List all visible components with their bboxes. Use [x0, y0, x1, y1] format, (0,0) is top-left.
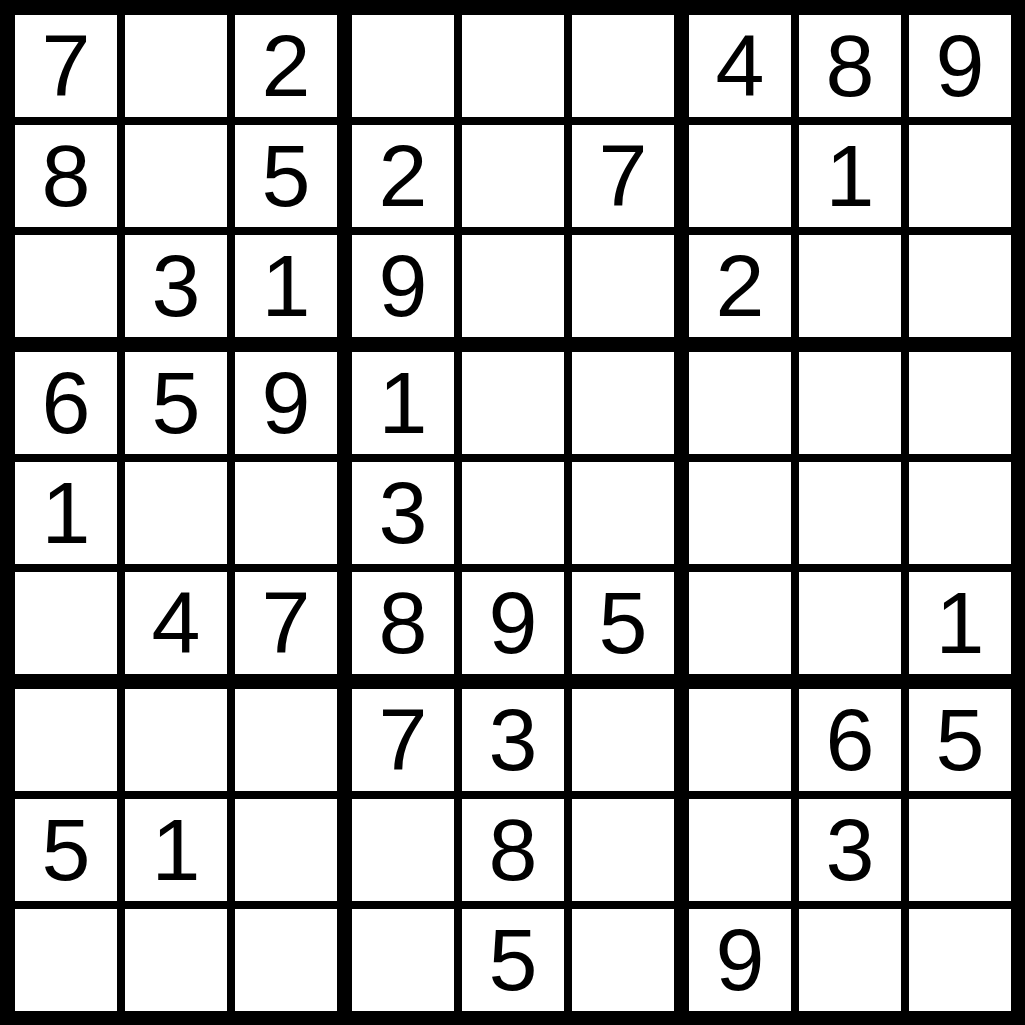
- cell-r4c8-empty[interactable]: [799, 352, 909, 462]
- cell-r6c6-given[interactable]: 5: [572, 572, 689, 689]
- cell-r2c9-empty[interactable]: [909, 125, 1011, 235]
- cell-r5c8-empty[interactable]: [799, 462, 909, 572]
- cell-r4c3-given[interactable]: 9: [235, 352, 352, 462]
- cell-r1c2-empty[interactable]: [125, 15, 235, 125]
- cell-r1c4-empty[interactable]: [352, 15, 462, 125]
- cell-r7c5-given[interactable]: 3: [462, 689, 572, 799]
- cell-r8c3-empty[interactable]: [235, 799, 352, 909]
- cell-r1c5-empty[interactable]: [462, 15, 572, 125]
- cell-r8c4-empty[interactable]: [352, 799, 462, 909]
- cell-r6c8-empty[interactable]: [799, 572, 909, 689]
- cell-r7c6-empty[interactable]: [572, 689, 689, 799]
- cell-r9c1-empty[interactable]: [15, 909, 125, 1011]
- cell-r3c3-given[interactable]: 1: [235, 235, 352, 352]
- cell-r5c5-empty[interactable]: [462, 462, 572, 572]
- cell-r4c7-empty[interactable]: [689, 352, 799, 462]
- cell-r4c1-given[interactable]: 6: [15, 352, 125, 462]
- cell-r6c4-given[interactable]: 8: [352, 572, 462, 689]
- cell-r9c2-empty[interactable]: [125, 909, 235, 1011]
- cell-r5c4-given[interactable]: 3: [352, 462, 462, 572]
- cell-r2c5-empty[interactable]: [462, 125, 572, 235]
- cell-r5c3-empty[interactable]: [235, 462, 352, 572]
- cell-r9c7-given[interactable]: 9: [689, 909, 799, 1011]
- cell-r4c6-empty[interactable]: [572, 352, 689, 462]
- cell-r1c8-given[interactable]: 8: [799, 15, 909, 125]
- cell-r7c9-given[interactable]: 5: [909, 689, 1011, 799]
- cell-r5c6-empty[interactable]: [572, 462, 689, 572]
- cell-r5c9-empty[interactable]: [909, 462, 1011, 572]
- cell-r6c2-given[interactable]: 4: [125, 572, 235, 689]
- cell-r8c6-empty[interactable]: [572, 799, 689, 909]
- cell-r3c9-empty[interactable]: [909, 235, 1011, 352]
- cell-r6c3-given[interactable]: 7: [235, 572, 352, 689]
- cell-r9c3-empty[interactable]: [235, 909, 352, 1011]
- cell-r9c6-empty[interactable]: [572, 909, 689, 1011]
- cell-r1c3-given[interactable]: 2: [235, 15, 352, 125]
- cell-r7c2-empty[interactable]: [125, 689, 235, 799]
- cell-r3c7-given[interactable]: 2: [689, 235, 799, 352]
- cell-r2c7-empty[interactable]: [689, 125, 799, 235]
- cell-r6c9-given[interactable]: 1: [909, 572, 1011, 689]
- cell-r1c1-given[interactable]: 7: [15, 15, 125, 125]
- cell-r6c7-empty[interactable]: [689, 572, 799, 689]
- cell-r9c5-given[interactable]: 5: [462, 909, 572, 1011]
- cell-r4c4-given[interactable]: 1: [352, 352, 462, 462]
- cell-r7c3-empty[interactable]: [235, 689, 352, 799]
- cell-r8c5-given[interactable]: 8: [462, 799, 572, 909]
- cell-r2c1-given[interactable]: 8: [15, 125, 125, 235]
- cell-r5c2-empty[interactable]: [125, 462, 235, 572]
- cell-r8c2-given[interactable]: 1: [125, 799, 235, 909]
- cell-r3c2-given[interactable]: 3: [125, 235, 235, 352]
- cell-r3c6-empty[interactable]: [572, 235, 689, 352]
- cell-r2c3-given[interactable]: 5: [235, 125, 352, 235]
- cell-r3c4-given[interactable]: 9: [352, 235, 462, 352]
- cell-r2c4-given[interactable]: 2: [352, 125, 462, 235]
- cell-r1c7-given[interactable]: 4: [689, 15, 799, 125]
- cell-r2c6-given[interactable]: 7: [572, 125, 689, 235]
- cell-r6c5-given[interactable]: 9: [462, 572, 572, 689]
- cell-r4c5-empty[interactable]: [462, 352, 572, 462]
- cell-r9c4-empty[interactable]: [352, 909, 462, 1011]
- cell-r5c1-given[interactable]: 1: [15, 462, 125, 572]
- cell-r9c9-empty[interactable]: [909, 909, 1011, 1011]
- cell-r1c6-empty[interactable]: [572, 15, 689, 125]
- cell-r8c1-given[interactable]: 5: [15, 799, 125, 909]
- cell-r7c1-empty[interactable]: [15, 689, 125, 799]
- cell-r4c2-given[interactable]: 5: [125, 352, 235, 462]
- cell-r7c4-given[interactable]: 7: [352, 689, 462, 799]
- cell-r6c1-empty[interactable]: [15, 572, 125, 689]
- cell-r5c7-empty[interactable]: [689, 462, 799, 572]
- cell-r4c9-empty[interactable]: [909, 352, 1011, 462]
- cell-r7c7-empty[interactable]: [689, 689, 799, 799]
- sudoku-board: 724898527131926591134789517365518359: [0, 0, 1025, 1025]
- cell-r1c9-given[interactable]: 9: [909, 15, 1011, 125]
- cell-r8c8-given[interactable]: 3: [799, 799, 909, 909]
- cell-r8c9-empty[interactable]: [909, 799, 1011, 909]
- cell-r7c8-given[interactable]: 6: [799, 689, 909, 799]
- cell-r3c5-empty[interactable]: [462, 235, 572, 352]
- cell-r2c2-empty[interactable]: [125, 125, 235, 235]
- cell-r9c8-empty[interactable]: [799, 909, 909, 1011]
- cell-r3c1-empty[interactable]: [15, 235, 125, 352]
- cell-r8c7-empty[interactable]: [689, 799, 799, 909]
- cell-r2c8-given[interactable]: 1: [799, 125, 909, 235]
- cell-r3c8-empty[interactable]: [799, 235, 909, 352]
